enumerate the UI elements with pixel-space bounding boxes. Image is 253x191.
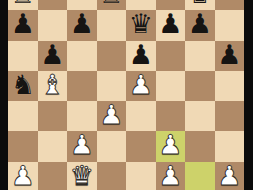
white-pawn-f3[interactable]: ♟ [158,130,182,160]
square-f7[interactable]: ♟ [156,10,186,40]
white-pawn-a2[interactable]: ♟ [11,161,35,190]
square-h7[interactable] [215,10,245,40]
square-g4[interactable] [185,101,215,131]
square-e4[interactable] [126,101,156,131]
white-pawn-f2[interactable]: ♟ [158,161,182,190]
square-f3[interactable]: ♟ [156,131,186,161]
square-d4[interactable]: ♟ [97,101,127,131]
square-g5[interactable] [185,71,215,101]
white-bishop-b5[interactable]: ♝ [40,70,64,100]
square-h4[interactable] [215,101,245,131]
square-b6[interactable]: ♟ [38,41,68,71]
white-pawn-d4[interactable]: ♟ [99,100,123,130]
square-f2[interactable]: ♟ [156,162,186,191]
square-g3[interactable] [185,131,215,161]
square-h2[interactable]: ♟ [215,162,245,191]
square-g6[interactable] [185,41,215,71]
square-b4[interactable] [38,101,68,131]
square-a7[interactable]: ♟ [8,10,38,40]
square-c5[interactable] [67,71,97,101]
black-pawn-g7[interactable]: ♟ [188,9,212,39]
square-e2[interactable] [126,162,156,191]
black-queen-e7[interactable]: ♛ [129,9,153,39]
square-d2[interactable] [97,162,127,191]
square-f4[interactable] [156,101,186,131]
square-h3[interactable] [215,131,245,161]
square-a5[interactable]: ♞ [8,71,38,101]
chess-board: ♜♜♚♟♟♛♟♟♟♟♟♞♝♟♟♟♟♟♛♟♟ [8,0,244,190]
square-a4[interactable] [8,101,38,131]
white-queen-c2[interactable]: ♛ [70,161,94,190]
black-pawn-a7[interactable]: ♟ [11,9,35,39]
board-frame: ♜♜♚♟♟♛♟♟♟♟♟♞♝♟♟♟♟♟♛♟♟ [0,0,253,190]
black-pawn-f7[interactable]: ♟ [158,9,182,39]
square-d6[interactable] [97,41,127,71]
square-f6[interactable] [156,41,186,71]
square-a3[interactable] [8,131,38,161]
black-pawn-e6[interactable]: ♟ [129,40,153,70]
square-b5[interactable]: ♝ [38,71,68,101]
square-d5[interactable] [97,71,127,101]
square-h5[interactable] [215,71,245,101]
square-d7[interactable] [97,10,127,40]
white-pawn-h2[interactable]: ♟ [217,161,241,190]
square-e6[interactable]: ♟ [126,41,156,71]
square-g2[interactable] [185,162,215,191]
square-h6[interactable]: ♟ [215,41,245,71]
black-rook-d8[interactable]: ♜ [99,0,123,9]
square-e7[interactable]: ♛ [126,10,156,40]
square-d8[interactable]: ♜ [97,0,127,10]
black-pawn-b6[interactable]: ♟ [40,40,64,70]
square-e3[interactable] [126,131,156,161]
white-pawn-e5[interactable]: ♟ [129,70,153,100]
square-b2[interactable] [38,162,68,191]
square-a2[interactable]: ♟ [8,162,38,191]
square-b8[interactable] [38,0,68,10]
square-c6[interactable] [67,41,97,71]
square-c4[interactable] [67,101,97,131]
black-pawn-h6[interactable]: ♟ [217,40,241,70]
white-pawn-c3[interactable]: ♟ [70,130,94,160]
black-knight-a5[interactable]: ♞ [11,70,35,100]
square-a6[interactable] [8,41,38,71]
black-pawn-c7[interactable]: ♟ [70,9,94,39]
square-c3[interactable]: ♟ [67,131,97,161]
square-b3[interactable] [38,131,68,161]
square-g7[interactable]: ♟ [185,10,215,40]
square-d3[interactable] [97,131,127,161]
square-h8[interactable] [215,0,245,10]
square-c7[interactable]: ♟ [67,10,97,40]
square-f5[interactable] [156,71,186,101]
square-b7[interactable] [38,10,68,40]
square-c2[interactable]: ♛ [67,162,97,191]
square-e5[interactable]: ♟ [126,71,156,101]
